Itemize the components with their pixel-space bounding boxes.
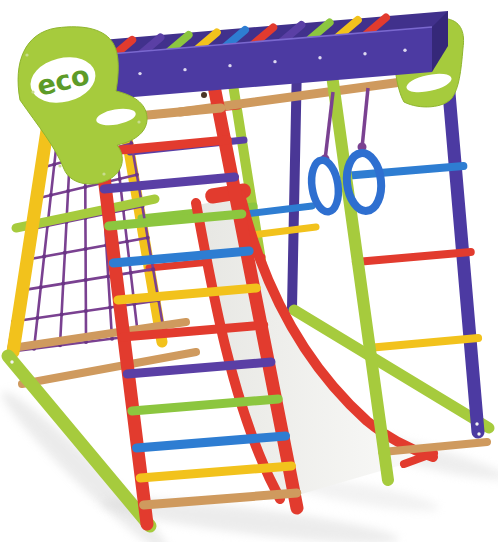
net-knot [49, 193, 53, 197]
net-knot [135, 173, 139, 177]
screw [31, 90, 34, 93]
net-knot [60, 312, 64, 316]
climbing-frame-illustration: eco [0, 0, 498, 542]
net-knot [84, 278, 88, 282]
screw [10, 360, 13, 363]
front-ladder-rung [144, 493, 297, 505]
screw [403, 48, 406, 51]
net-knot [84, 309, 88, 313]
screw [273, 60, 276, 63]
net-knot [39, 285, 43, 289]
screw [102, 172, 105, 175]
net-knot [61, 282, 65, 286]
net-knot [83, 185, 87, 189]
net-knot [146, 236, 150, 240]
net-knot [151, 267, 155, 271]
screw [475, 422, 478, 425]
right-ladder-rung [368, 338, 478, 348]
right-ladder-rung [344, 166, 463, 176]
right-back-rail [446, 58, 478, 432]
net-knot [66, 189, 70, 193]
net-knot [125, 239, 129, 243]
ring-rope-left [325, 92, 333, 160]
screw [138, 72, 141, 75]
screw [228, 64, 231, 67]
screw [137, 120, 140, 123]
net-knot [118, 177, 122, 181]
net-knot [42, 255, 46, 259]
product-photo: eco [0, 0, 498, 542]
net-knot [108, 306, 112, 310]
ring-right [344, 151, 384, 212]
screw [58, 164, 61, 167]
net-knot [84, 247, 88, 251]
screw [25, 53, 28, 56]
ring-rope-right [362, 88, 368, 148]
screw [477, 432, 480, 435]
net-peg [201, 92, 207, 98]
net-knot [63, 251, 67, 255]
screw [363, 52, 366, 55]
right-ladder-rung [356, 252, 471, 262]
net-knot [129, 271, 133, 275]
net-knot [52, 162, 56, 166]
net-knot [106, 274, 110, 278]
screw [318, 56, 321, 59]
screw [183, 68, 186, 71]
net-knot [35, 316, 39, 320]
